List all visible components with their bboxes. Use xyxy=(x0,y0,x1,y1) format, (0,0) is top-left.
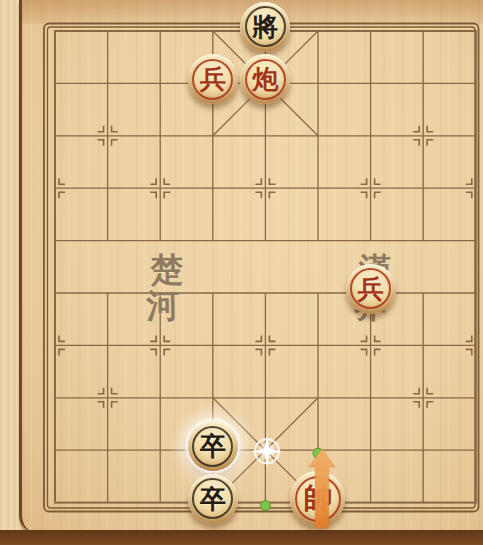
table-edge xyxy=(0,530,483,545)
piece-red-soldier-2[interactable]: 兵 xyxy=(346,264,396,314)
piece-character: 卒 xyxy=(200,486,226,512)
pieces-layer: 將兵炮兵卒卒帥 xyxy=(29,5,483,529)
piece-black-soldier-1[interactable]: 卒 xyxy=(188,421,238,471)
piece-black-soldier-2[interactable]: 卒 xyxy=(188,474,238,524)
piece-black-general[interactable]: 將 xyxy=(240,2,290,52)
piece-red-cannon[interactable]: 炮 xyxy=(240,54,290,104)
piece-character: 炮 xyxy=(252,66,278,92)
piece-red-soldier-1[interactable]: 兵 xyxy=(188,54,238,104)
xiangqi-game-screen: 楚河 漢界 將兵炮兵卒卒帥 xyxy=(0,0,483,545)
piece-character: 卒 xyxy=(200,433,226,459)
piece-red-general[interactable]: 帥 xyxy=(290,471,345,526)
piece-character: 將 xyxy=(252,14,278,40)
piece-character: 帥 xyxy=(303,484,332,513)
piece-character: 兵 xyxy=(358,276,384,302)
piece-character: 兵 xyxy=(200,66,226,92)
